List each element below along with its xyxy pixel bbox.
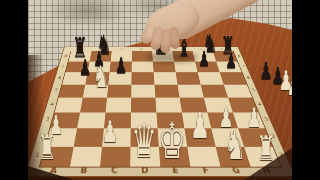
square-c4 xyxy=(106,98,132,113)
square-d4 xyxy=(131,98,156,113)
square-e5 xyxy=(154,84,179,97)
photo-scene: A B C D E F G H A B C D E F G H 8 7 xyxy=(28,0,292,180)
file-label-c: C xyxy=(106,167,122,175)
square-f5 xyxy=(178,84,204,97)
rank-label-left-4: 4 xyxy=(47,102,56,106)
file-label-b: B xyxy=(75,167,92,175)
square-b4 xyxy=(80,98,107,113)
rank-label-left-5: 5 xyxy=(52,88,61,92)
video-frame: A B C D E F G H A B C D E F G H 8 7 xyxy=(0,0,320,180)
square-f6 xyxy=(176,72,201,84)
file-label-f: F xyxy=(197,167,214,175)
